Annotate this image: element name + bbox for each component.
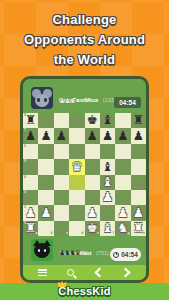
square-c7[interactable]: ♟	[54, 128, 69, 143]
mouse-eye-icon	[44, 98, 47, 102]
square-d5[interactable]: ♛	[69, 159, 84, 174]
square-h7[interactable]: ♟	[131, 128, 146, 143]
player-bar-top: GrayFastMice (1332) ♟♟♞ 04:54	[23, 79, 146, 113]
black-pawn-h7: ♟	[133, 130, 144, 143]
white-pawn-e2: ♟	[87, 207, 98, 220]
square-a8[interactable]: 8♜	[23, 113, 38, 128]
material-advantage: +11	[80, 251, 87, 256]
square-e7[interactable]: ♟	[85, 128, 100, 143]
black-pawn-c7: ♟	[56, 130, 67, 143]
square-g4[interactable]	[115, 175, 130, 190]
square-c8[interactable]	[54, 113, 69, 128]
back-button[interactable]	[91, 267, 105, 279]
square-d8[interactable]	[69, 113, 84, 128]
square-h1[interactable]: h♜	[131, 221, 146, 236]
file-label-f: f	[113, 232, 114, 236]
square-g2[interactable]: ♟	[115, 205, 130, 220]
avatar-top-mouse[interactable]	[31, 87, 53, 109]
brand-text: ChessKid	[58, 285, 110, 297]
square-c2[interactable]	[54, 205, 69, 220]
black-pawn-f7: ♟	[102, 130, 113, 143]
white-pawn-h2: ♟	[133, 207, 144, 220]
clock-top-value: 04:54	[119, 99, 136, 106]
white-bishop-f4: ♝	[102, 176, 113, 189]
chevron-left-icon	[94, 268, 104, 278]
black-rook-a8: ♜	[25, 114, 36, 127]
avatar-bottom-cat[interactable]	[31, 239, 53, 261]
search-button[interactable]	[64, 267, 78, 279]
square-g8[interactable]	[115, 113, 130, 128]
mouse-eye-icon	[37, 98, 40, 102]
square-a2[interactable]: 2♟	[23, 205, 38, 220]
square-g1[interactable]: g♞	[115, 221, 130, 236]
square-g7[interactable]: ♟	[115, 128, 130, 143]
black-bishop-f5: ♝	[102, 161, 113, 174]
title-line-3: the World	[0, 50, 169, 70]
file-label-h: h	[143, 232, 145, 236]
title-line-2: Opponents Around	[0, 30, 169, 50]
square-d7[interactable]	[69, 128, 84, 143]
square-a7[interactable]: 7♟	[23, 128, 38, 143]
black-pawn-b7: ♟	[40, 130, 51, 143]
square-b7[interactable]: ♟	[38, 128, 53, 143]
square-e3[interactable]	[85, 190, 100, 205]
square-b2[interactable]: ♟	[38, 205, 53, 220]
menu-icon	[38, 269, 47, 276]
square-f6[interactable]	[100, 144, 115, 159]
file-label-e: e	[97, 232, 99, 236]
square-e1[interactable]: e♚	[85, 221, 100, 236]
square-e8[interactable]: ♚	[85, 113, 100, 128]
square-g5[interactable]	[115, 159, 130, 174]
square-c5[interactable]	[54, 159, 69, 174]
rank-label-6: 6	[24, 145, 26, 149]
chess-board: 8♜♚♝♜7♟♟♟♟♟♟♟65♛♝4♝3♟2♟♟♟♟♟1a♜bcde♚f♝g♞h…	[23, 113, 146, 236]
square-b1[interactable]: b	[38, 221, 53, 236]
square-b3[interactable]	[38, 190, 53, 205]
square-f8[interactable]: ♝	[100, 113, 115, 128]
game-nav-bar	[23, 265, 146, 280]
rank-label-8: 8	[24, 114, 26, 118]
chevron-right-icon	[120, 268, 130, 278]
cat-eye-icon	[44, 249, 46, 252]
clock-icon	[113, 252, 119, 258]
square-e6[interactable]	[85, 144, 100, 159]
square-a1[interactable]: 1a♜	[23, 221, 38, 236]
footer: ChessKid	[0, 283, 169, 300]
title-line-1: Challenge	[0, 10, 169, 30]
square-g6[interactable]	[115, 144, 130, 159]
chesskid-logo: ChessKid	[0, 283, 169, 300]
captured-pieces-top: ♟♟♞	[59, 98, 75, 105]
rank-label-3: 3	[24, 191, 26, 195]
rank-label-5: 5	[24, 160, 26, 164]
square-h3[interactable]	[131, 190, 146, 205]
square-h4[interactable]	[131, 175, 146, 190]
menu-button[interactable]	[36, 267, 50, 279]
square-f5[interactable]: ♝	[100, 159, 115, 174]
player-rating-bottom: (751)	[96, 250, 109, 256]
clock-top: 04:54	[114, 97, 141, 108]
white-queen-d5: ♛	[71, 161, 82, 174]
player-bar-bottom: JuniorWest (751) ♟♞♞♛+11 04:54	[23, 236, 146, 265]
app-screen: Challenge Opponents Around the World Gra…	[0, 0, 169, 300]
file-label-g: g	[127, 232, 129, 236]
rank-label-7: 7	[24, 129, 26, 133]
square-h8[interactable]: ♜	[131, 113, 146, 128]
white-bishop-f1: ♝	[102, 222, 113, 235]
cat-eye-icon	[38, 249, 40, 252]
square-d1[interactable]: d	[69, 221, 84, 236]
search-icon	[67, 269, 74, 276]
page-title: Challenge Opponents Around the World	[0, 10, 169, 70]
square-c1[interactable]: c	[54, 221, 69, 236]
square-f7[interactable]: ♟	[100, 128, 115, 143]
square-b8[interactable]	[38, 113, 53, 128]
white-pawn-a2: ♟	[25, 207, 36, 220]
square-b6[interactable]	[38, 144, 53, 159]
square-h2[interactable]: ♟	[131, 205, 146, 220]
square-c4[interactable]	[54, 175, 69, 190]
square-b5[interactable]	[38, 159, 53, 174]
game-card: GrayFastMice (1332) ♟♟♞ 04:54 8♜♚♝♜7♟♟♟♟…	[20, 76, 149, 283]
black-pawn-e7: ♟	[87, 130, 98, 143]
black-pawn-a7: ♟	[25, 130, 36, 143]
rank-label-1: 1	[24, 222, 26, 226]
captured-pieces-bottom: ♟♞♞♛+11	[59, 250, 87, 257]
square-e4[interactable]	[85, 175, 100, 190]
square-d3[interactable]	[69, 190, 84, 205]
square-g3[interactable]	[115, 190, 130, 205]
square-a6[interactable]: 6	[23, 144, 38, 159]
black-rook-h8: ♜	[133, 114, 144, 127]
square-c3[interactable]	[54, 190, 69, 205]
black-king-e8: ♚	[87, 114, 98, 127]
square-b4[interactable]	[38, 175, 53, 190]
square-d4[interactable]	[69, 175, 84, 190]
square-f2[interactable]	[100, 205, 115, 220]
cat-head-icon	[34, 243, 50, 258]
white-pawn-g2: ♟	[117, 207, 128, 220]
captured-glyphs: ♟♞♞♛	[59, 249, 80, 257]
square-c6[interactable]	[54, 144, 69, 159]
square-d2[interactable]	[69, 205, 84, 220]
rank-label-4: 4	[24, 176, 26, 180]
square-h6[interactable]	[131, 144, 146, 159]
file-label-b: b	[51, 232, 53, 236]
black-pawn-g7: ♟	[117, 130, 128, 143]
square-h5[interactable]	[131, 159, 146, 174]
forward-button[interactable]	[119, 267, 133, 279]
file-label-d: d	[81, 232, 83, 236]
file-label-c: c	[66, 232, 68, 236]
square-f1[interactable]: f♝	[100, 221, 115, 236]
clock-bottom-value: 04:54	[121, 251, 138, 258]
square-d6[interactable]	[69, 144, 84, 159]
square-a4[interactable]: 4	[23, 175, 38, 190]
square-a5[interactable]: 5	[23, 159, 38, 174]
square-f3[interactable]: ♟	[100, 190, 115, 205]
square-a3[interactable]: 3	[23, 190, 38, 205]
clock-bottom: 04:54	[110, 248, 141, 261]
square-e5[interactable]	[85, 159, 100, 174]
square-f4[interactable]: ♝	[100, 175, 115, 190]
rank-label-2: 2	[24, 206, 26, 210]
white-pawn-f3: ♟	[102, 191, 113, 204]
file-label-a: a	[35, 232, 37, 236]
square-e2[interactable]: ♟	[85, 205, 100, 220]
white-pawn-b2: ♟	[40, 207, 51, 220]
black-bishop-f8: ♝	[102, 114, 113, 127]
